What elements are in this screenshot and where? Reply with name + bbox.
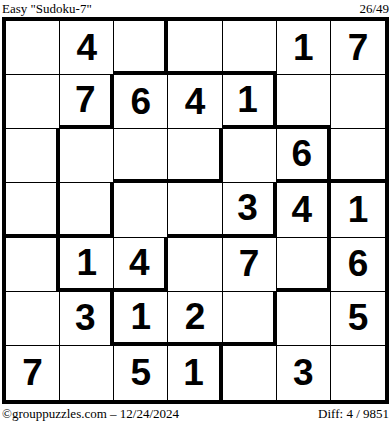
- given-digit-r4c6[interactable]: 4: [277, 183, 331, 237]
- copyright-text: ©grouppuzzles.com – 12/24/2024: [2, 406, 179, 422]
- given-digit-r5c3[interactable]: 4: [114, 238, 168, 292]
- page-header: Easy "Sudoku-7" 26/49: [0, 0, 391, 17]
- cell-r7c5[interactable]: [223, 346, 277, 400]
- page-footer: ©grouppuzzles.com – 12/24/2024 Diff: 4 /…: [0, 405, 391, 426]
- cell-r5c6[interactable]: [277, 238, 331, 292]
- given-digit-r7c3[interactable]: 5: [114, 346, 168, 400]
- cell-r7c7[interactable]: [331, 346, 385, 400]
- cell-counter: 26/49: [359, 1, 389, 16]
- cell-r3c4[interactable]: [168, 129, 222, 183]
- given-digit-r4c7[interactable]: 1: [331, 183, 385, 237]
- cell-r1c3[interactable]: [114, 21, 168, 75]
- given-digit-r1c7[interactable]: 7: [331, 21, 385, 75]
- given-digit-r2c3[interactable]: 6: [114, 75, 168, 129]
- cell-r3c2[interactable]: [60, 129, 114, 183]
- cell-r5c4[interactable]: [168, 238, 222, 292]
- puzzle-title: Easy "Sudoku-7": [2, 1, 92, 16]
- cell-r4c4[interactable]: [168, 183, 222, 237]
- cell-r3c5[interactable]: [223, 129, 277, 183]
- cell-r6c5[interactable]: [223, 292, 277, 346]
- sudoku-page: Easy "Sudoku-7" 26/49 417764163411476312…: [0, 0, 391, 426]
- given-digit-r4c5[interactable]: 3: [223, 183, 277, 237]
- given-digit-r2c2[interactable]: 7: [60, 75, 114, 129]
- cell-r6c6[interactable]: [277, 292, 331, 346]
- given-digit-r5c2[interactable]: 1: [60, 238, 114, 292]
- given-digit-r6c4[interactable]: 2: [168, 292, 222, 346]
- cell-r5c1[interactable]: [6, 238, 60, 292]
- cell-r1c1[interactable]: [6, 21, 60, 75]
- cell-r3c7[interactable]: [331, 129, 385, 183]
- cell-r3c3[interactable]: [114, 129, 168, 183]
- given-digit-r5c7[interactable]: 6: [331, 238, 385, 292]
- given-digit-r6c3[interactable]: 1: [114, 292, 168, 346]
- sudoku-board: 41776416341147631257513: [2, 17, 389, 404]
- cell-r2c7[interactable]: [331, 75, 385, 129]
- given-digit-r1c2[interactable]: 4: [60, 21, 114, 75]
- given-digit-r5c5[interactable]: 7: [223, 238, 277, 292]
- given-digit-r7c4[interactable]: 1: [168, 346, 222, 400]
- given-digit-r6c7[interactable]: 5: [331, 292, 385, 346]
- difficulty-text: Diff: 4 / 9851: [318, 406, 389, 422]
- given-digit-r2c5[interactable]: 1: [223, 75, 277, 129]
- given-digit-r7c1[interactable]: 7: [6, 346, 60, 400]
- given-digit-r7c6[interactable]: 3: [277, 346, 331, 400]
- given-digit-r1c6[interactable]: 1: [277, 21, 331, 75]
- cell-r6c1[interactable]: [6, 292, 60, 346]
- cell-r2c1[interactable]: [6, 75, 60, 129]
- cell-r4c1[interactable]: [6, 183, 60, 237]
- given-digit-r2c4[interactable]: 4: [168, 75, 222, 129]
- cell-r3c1[interactable]: [6, 129, 60, 183]
- given-digit-r6c2[interactable]: 3: [60, 292, 114, 346]
- cell-r4c3[interactable]: [114, 183, 168, 237]
- cell-r1c5[interactable]: [223, 21, 277, 75]
- cell-r7c2[interactable]: [60, 346, 114, 400]
- cell-r1c4[interactable]: [168, 21, 222, 75]
- given-digit-r3c6[interactable]: 6: [277, 129, 331, 183]
- cell-r2c6[interactable]: [277, 75, 331, 129]
- cell-r4c2[interactable]: [60, 183, 114, 237]
